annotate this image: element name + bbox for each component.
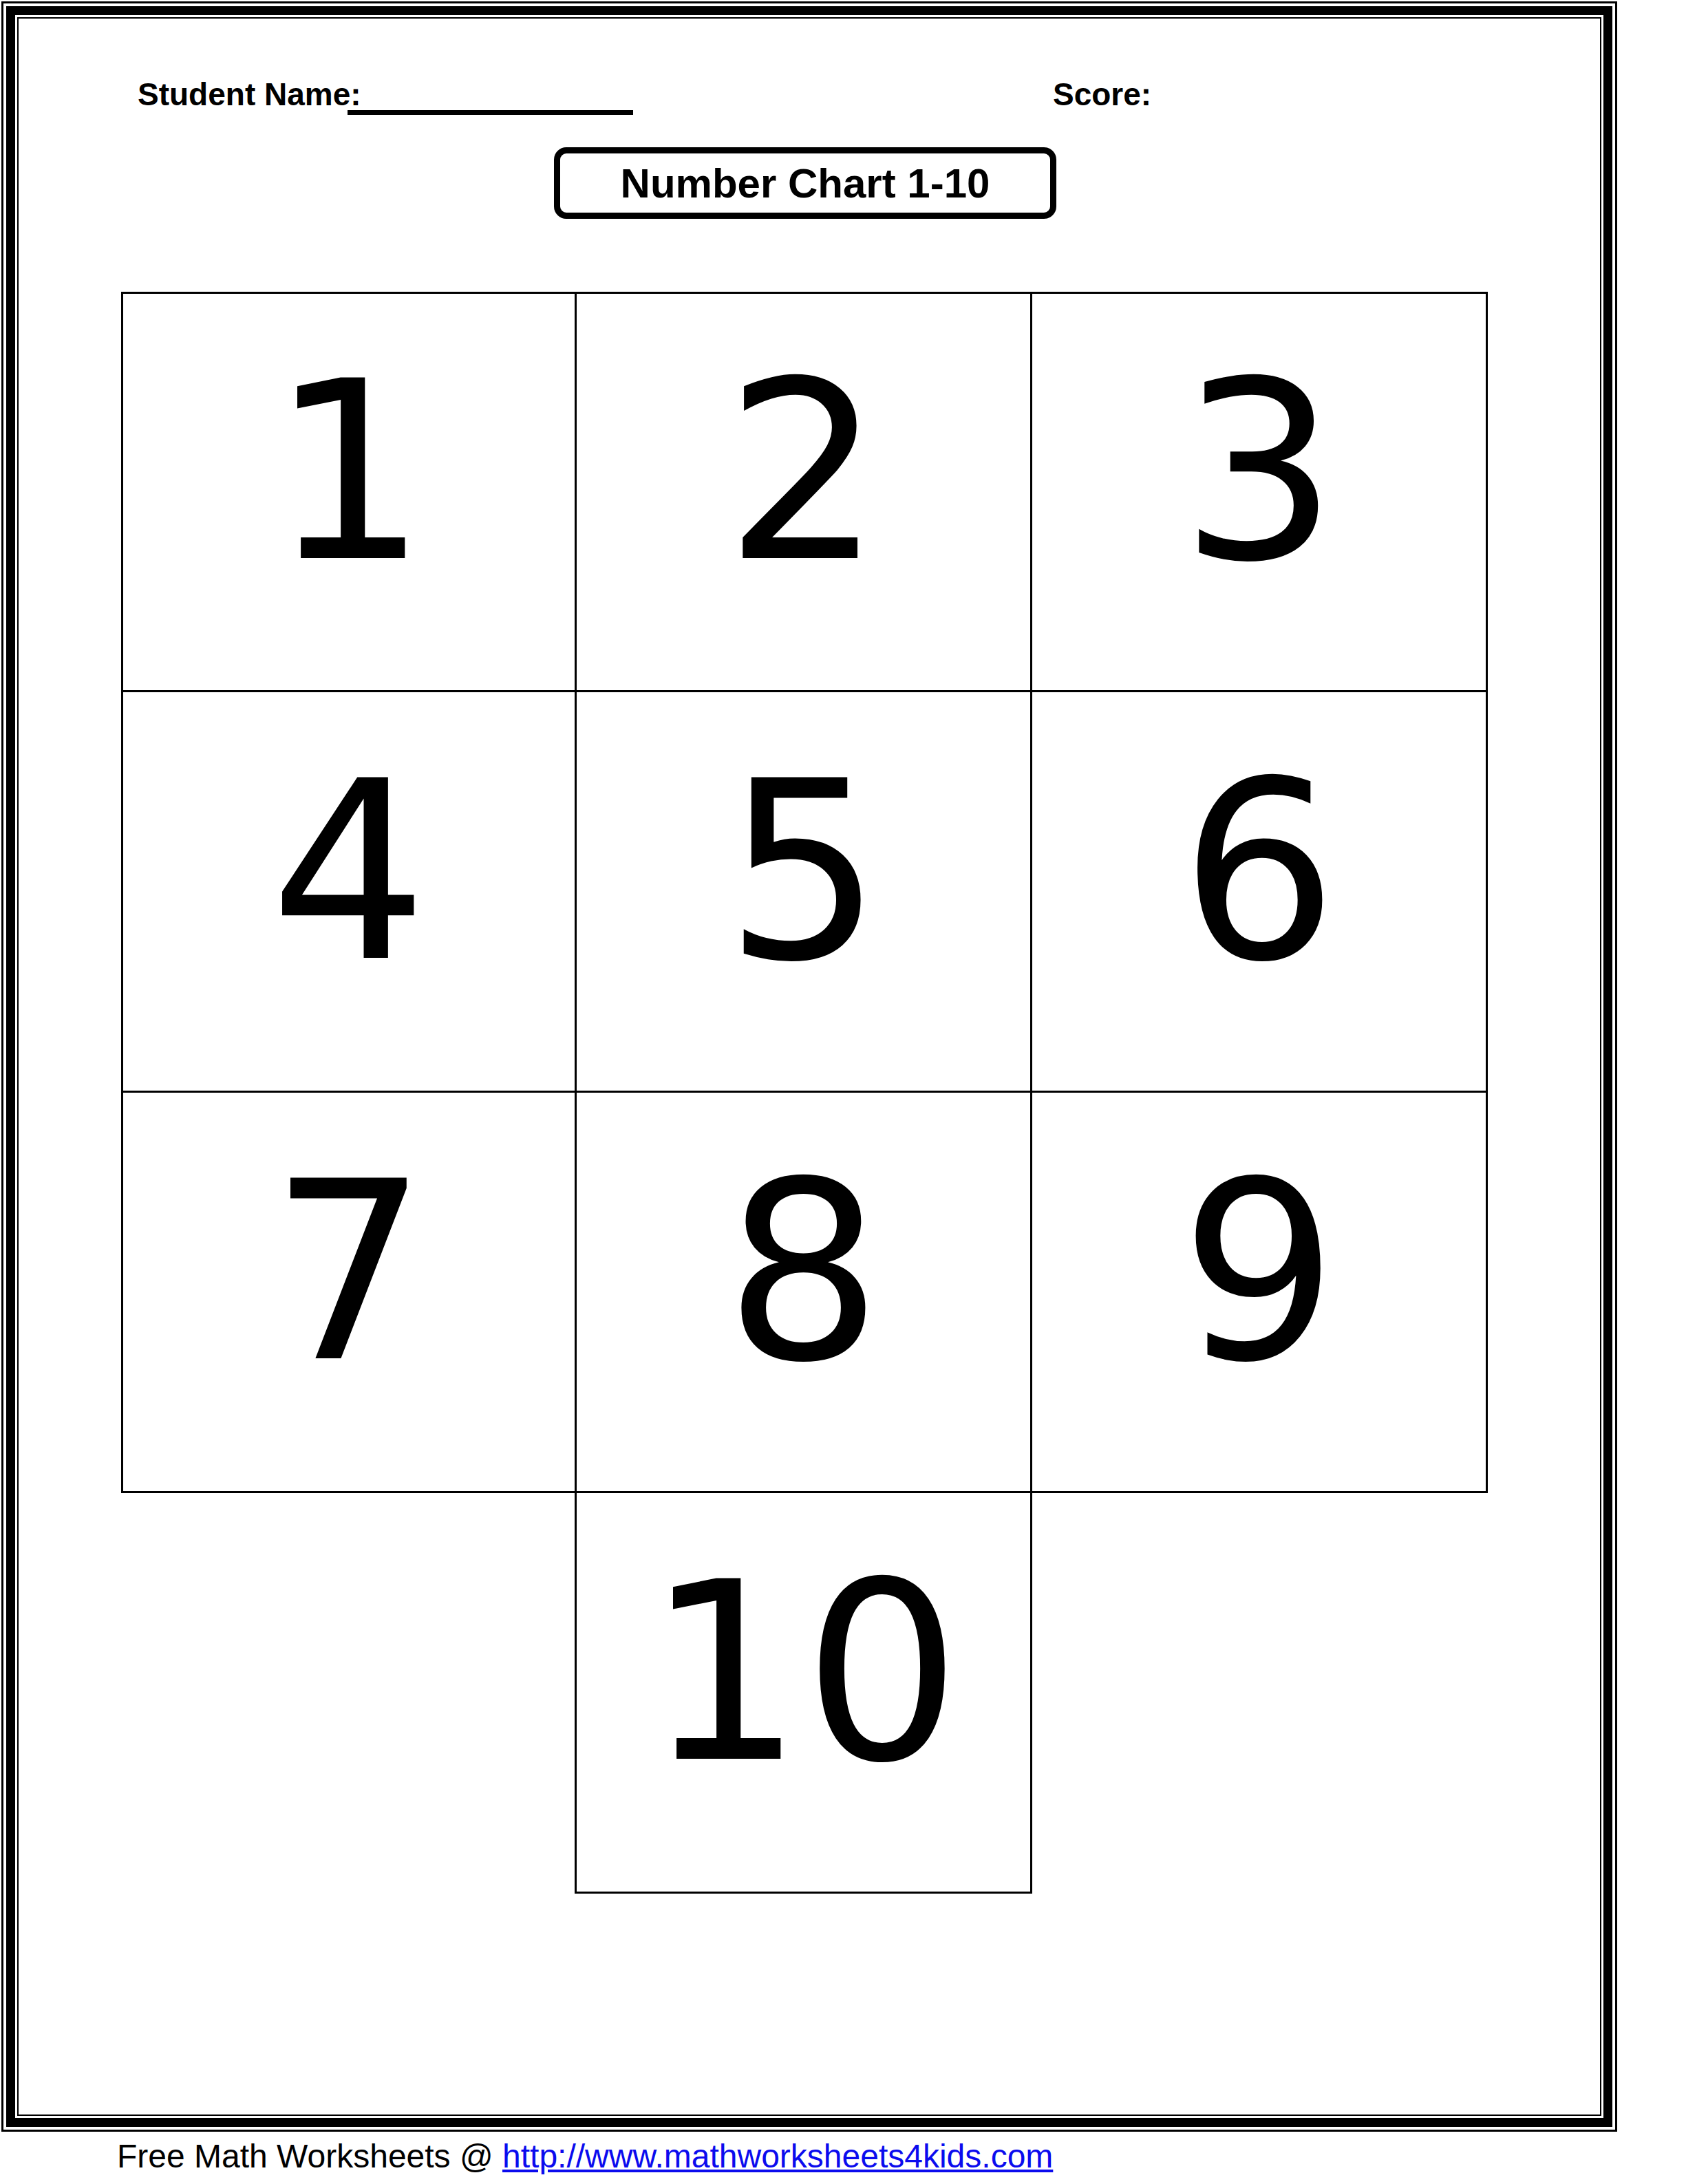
number-cell-9: 9 — [1030, 1091, 1488, 1493]
student-name-blank-line — [348, 110, 633, 115]
number-cell-value: 2 — [725, 349, 882, 597]
number-cell-7: 7 — [121, 1091, 577, 1493]
number-cell-value: 1 — [270, 349, 427, 597]
number-chart-grid: 1 2 3 4 5 6 7 8 9 10 — [121, 292, 1488, 1894]
number-cell-value: 10 — [645, 1550, 961, 1797]
worksheet-title-box: Number Chart 1-10 — [554, 147, 1056, 219]
number-cell-value: 5 — [725, 749, 882, 996]
number-cell-value: 4 — [270, 749, 427, 996]
number-cell-3: 3 — [1030, 292, 1488, 692]
number-cell-8: 8 — [575, 1091, 1032, 1493]
number-cell-2: 2 — [575, 292, 1032, 692]
score-label: Score: — [1053, 76, 1151, 113]
number-cell-1: 1 — [121, 292, 577, 692]
number-cell-6: 6 — [1030, 690, 1488, 1093]
footer-credit-text: Free Math Worksheets @ — [117, 2138, 502, 2174]
number-cell-10: 10 — [575, 1491, 1032, 1894]
number-cell-value: 9 — [1180, 1149, 1338, 1397]
worksheet-title: Number Chart 1-10 — [621, 160, 990, 207]
student-name-label: Student Name: — [138, 76, 361, 113]
number-cell-value: 3 — [1180, 349, 1338, 597]
number-cell-4: 4 — [121, 690, 577, 1093]
number-cell-value: 7 — [270, 1149, 427, 1397]
number-cell-value: 8 — [725, 1149, 882, 1397]
number-cell-5: 5 — [575, 690, 1032, 1093]
number-cell-value: 6 — [1180, 749, 1338, 996]
worksheet-website-link[interactable]: http://www.mathworksheets4kids.com — [502, 2138, 1053, 2174]
footer-credit: Free Math Worksheets @ http://www.mathwo… — [117, 2137, 1053, 2175]
